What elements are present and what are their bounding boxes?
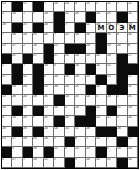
grid-cell[interactable]: 26 bbox=[75, 12, 85, 22]
cell-code-number: 5 bbox=[54, 137, 56, 139]
cell-code-number: 24 bbox=[96, 12, 100, 14]
grid-cell[interactable]: 14 bbox=[12, 116, 22, 126]
cell-code-number: 26 bbox=[86, 33, 90, 35]
black-cell bbox=[96, 127, 106, 137]
grid-cell[interactable]: 20 bbox=[23, 95, 33, 105]
grid-cell[interactable]: 26 bbox=[117, 44, 127, 54]
grid-cell[interactable]: 14 bbox=[54, 127, 64, 137]
grid-cell[interactable]: 14 bbox=[128, 158, 138, 168]
black-cell bbox=[2, 147, 12, 157]
grid-cell[interactable]: 13 bbox=[2, 2, 12, 12]
grid-cell[interactable]: 26 bbox=[96, 64, 106, 74]
cell-code-number: 15 bbox=[107, 158, 111, 160]
cell-code-number: 7 bbox=[23, 158, 25, 160]
grid-cell[interactable]: 17 bbox=[128, 137, 138, 147]
cell-code-number: 23 bbox=[44, 106, 48, 108]
grid-cell[interactable]: 29 bbox=[12, 33, 22, 43]
black-cell bbox=[65, 64, 75, 74]
grid-cell[interactable]: 17 bbox=[128, 75, 138, 85]
grid-cell[interactable]: 4 bbox=[2, 116, 12, 126]
cell-code-number: 25 bbox=[44, 116, 48, 118]
grid-cell[interactable]: 26 bbox=[128, 12, 138, 22]
cell-code-number: 14 bbox=[44, 137, 48, 139]
cell-code-number: 11 bbox=[86, 23, 90, 25]
grid-cell[interactable]: 1 bbox=[65, 106, 75, 116]
grid-cell[interactable]: 29 bbox=[86, 44, 96, 54]
grid-cell[interactable]: 25 bbox=[75, 85, 85, 95]
cell-code-number: 26 bbox=[96, 106, 100, 108]
cell-code-number: 24 bbox=[96, 137, 100, 139]
grid-cell[interactable]: 7 bbox=[23, 64, 33, 74]
grid-cell[interactable]: 11 bbox=[86, 23, 96, 33]
cell-code-number: 5 bbox=[117, 116, 119, 118]
cell-code-number: 14 bbox=[65, 95, 69, 97]
cell-code-number: 13 bbox=[2, 44, 6, 46]
grid-cell[interactable]: 24 bbox=[33, 44, 43, 54]
cell-code-number: 11 bbox=[107, 75, 111, 77]
grid-cell[interactable]: 14 bbox=[117, 147, 127, 157]
cell-code-number: 26 bbox=[23, 116, 27, 118]
grid-cell[interactable]: 25 bbox=[128, 95, 138, 105]
grid-cell[interactable]: 14 bbox=[75, 106, 85, 116]
black-cell bbox=[117, 85, 127, 95]
grid-cell[interactable]: 14 bbox=[23, 85, 33, 95]
grid-cell[interactable]: 7 bbox=[117, 2, 127, 12]
grid-cell[interactable]: 28 bbox=[117, 127, 127, 137]
cell-code-number: 11 bbox=[117, 106, 121, 108]
cell-code-number: 4 bbox=[75, 2, 77, 4]
cell-code-number: 5 bbox=[54, 158, 56, 160]
grid-cell[interactable]: 25 bbox=[33, 33, 43, 43]
grid-cell[interactable]: 29 bbox=[54, 85, 64, 95]
grid-cell[interactable]: 13 bbox=[2, 95, 12, 105]
black-cell bbox=[75, 116, 85, 126]
black-cell bbox=[86, 85, 96, 95]
grid-cell[interactable]: 24 bbox=[75, 33, 85, 43]
cell-code-number: 24 bbox=[33, 44, 37, 46]
cell-code-number: 24 bbox=[44, 127, 48, 129]
cell-code-number: 20 bbox=[65, 116, 69, 118]
cell-code-number: 14 bbox=[12, 12, 16, 14]
grid-cell[interactable]: 7 bbox=[2, 33, 12, 43]
grid-cell[interactable]: 14 bbox=[33, 158, 43, 168]
cell-code-number: 17 bbox=[12, 44, 16, 46]
grid-cell[interactable]: 28 bbox=[23, 127, 33, 137]
cell-code-number: 28 bbox=[86, 127, 90, 129]
black-cell bbox=[23, 147, 33, 157]
black-cell bbox=[54, 116, 64, 126]
grid-cell[interactable]: 7 bbox=[107, 137, 117, 147]
cell-code-number: 8 bbox=[75, 137, 77, 139]
cell-code-number: 14 bbox=[23, 33, 27, 35]
cell-code-number: 7 bbox=[23, 12, 25, 14]
grid-cell[interactable]: 24 bbox=[65, 2, 75, 12]
grid-cell[interactable]: 11 bbox=[44, 158, 54, 168]
grid-cell[interactable]: 7 bbox=[65, 23, 75, 33]
grid-cell[interactable]: 11 bbox=[117, 106, 127, 116]
cell-code-number: 13 bbox=[2, 2, 6, 4]
grid-cell[interactable]: 5 bbox=[117, 116, 127, 126]
grid-cell[interactable]: 11 bbox=[54, 147, 64, 157]
grid-cell[interactable]: 7 bbox=[23, 158, 33, 168]
black-cell bbox=[117, 137, 127, 147]
black-cell bbox=[33, 23, 43, 33]
cell-code-number: 17 bbox=[54, 54, 58, 56]
grid-cell[interactable]: 13 bbox=[107, 44, 117, 54]
grid-cell[interactable]: 24 bbox=[128, 147, 138, 157]
grid-cell[interactable]: 24 bbox=[12, 85, 22, 95]
cell-code-number: 11 bbox=[23, 75, 27, 77]
cell-code-number: 10 bbox=[96, 158, 100, 160]
grid-cell[interactable]: 23 bbox=[23, 23, 33, 33]
grid-cell[interactable]: 25 bbox=[75, 95, 85, 105]
cell-letter: М bbox=[96, 24, 105, 32]
grid-cell[interactable]: 7 bbox=[54, 33, 64, 43]
grid-cell[interactable]: 28 bbox=[2, 23, 12, 33]
black-cell bbox=[23, 54, 33, 64]
grid-cell[interactable]: 28 bbox=[33, 95, 43, 105]
black-cell bbox=[2, 54, 12, 64]
grid-cell[interactable]: 26 bbox=[96, 54, 106, 64]
black-cell bbox=[117, 54, 127, 64]
cell-code-number: 7 bbox=[23, 64, 25, 66]
cell-code-number: 25 bbox=[12, 54, 16, 56]
grid-cell[interactable]: 5 bbox=[96, 95, 106, 105]
grid-cell[interactable]: 26 bbox=[54, 106, 64, 116]
cell-code-number: 23 bbox=[2, 137, 6, 139]
cell-code-number: 23 bbox=[54, 44, 58, 46]
black-cell bbox=[12, 106, 22, 116]
grid-cell[interactable]: 18 bbox=[23, 137, 33, 147]
grid-cell[interactable]: 25 bbox=[44, 116, 54, 126]
cell-code-number: 11 bbox=[44, 158, 48, 160]
cell-code-number: 17 bbox=[12, 137, 16, 139]
grid-cell[interactable]: 10 bbox=[86, 54, 96, 64]
cell-code-number: 18 bbox=[23, 137, 27, 139]
grid-cell[interactable]: 26 bbox=[44, 33, 54, 43]
cell-code-number: 26 bbox=[75, 12, 79, 14]
grid-cell[interactable]: 13 bbox=[2, 44, 12, 54]
cell-code-number: 13 bbox=[96, 116, 100, 118]
grid-cell[interactable]: 5 bbox=[44, 75, 54, 85]
grid-cell[interactable]: 11 bbox=[107, 75, 117, 85]
cell-code-number: 25 bbox=[75, 85, 79, 87]
grid-cell[interactable]: 1 bbox=[2, 12, 12, 22]
grid-cell[interactable]: 24 bbox=[96, 12, 106, 22]
black-cell bbox=[12, 64, 22, 74]
grid-cell[interactable]: 14 bbox=[12, 12, 22, 22]
cell-code-number: 29 bbox=[86, 44, 90, 46]
grid-cell[interactable]: 1 bbox=[2, 64, 12, 74]
grid-cell[interactable]: 5 bbox=[54, 137, 64, 147]
black-cell bbox=[107, 127, 117, 137]
cell-code-number: 14 bbox=[54, 127, 58, 129]
black-cell bbox=[107, 85, 117, 95]
grid-cell[interactable]: 7 bbox=[44, 2, 54, 12]
black-cell bbox=[54, 12, 64, 22]
grid-cell[interactable]: 10 bbox=[96, 85, 106, 95]
black-cell bbox=[2, 85, 12, 95]
grid-cell[interactable]: 25 bbox=[86, 2, 96, 12]
cell-code-number: 20 bbox=[65, 75, 69, 77]
cell-code-number: 24 bbox=[12, 85, 16, 87]
grid-cell[interactable]: 14 bbox=[107, 54, 117, 64]
cell-code-number: 1 bbox=[2, 12, 4, 14]
grid-cell[interactable]: 7 bbox=[33, 116, 43, 126]
cell-code-number: 7 bbox=[54, 33, 56, 35]
grid-cell[interactable]: 14 bbox=[65, 95, 75, 105]
cell-code-number: 7 bbox=[86, 137, 88, 139]
grid-cell[interactable]: 24 bbox=[96, 137, 106, 147]
grid-cell[interactable]: 26 bbox=[96, 106, 106, 116]
black-cell bbox=[128, 127, 138, 137]
black-cell bbox=[117, 64, 127, 74]
grid-cell[interactable]: 26 bbox=[23, 116, 33, 126]
grid-cell[interactable]: 2 bbox=[96, 2, 106, 12]
black-cell bbox=[33, 127, 43, 137]
grid-cell[interactable]: 29 bbox=[107, 95, 117, 105]
black-cell bbox=[33, 64, 43, 74]
cell-code-number: 26 bbox=[128, 33, 132, 35]
cell-code-number: 26 bbox=[96, 54, 100, 56]
grid-cell[interactable]: 24 bbox=[44, 23, 54, 33]
grid-cell[interactable]: 14 bbox=[54, 75, 64, 85]
grid-cell[interactable]: 17 bbox=[107, 116, 117, 126]
black-cell bbox=[117, 75, 127, 85]
grid-cell[interactable]: 13 bbox=[86, 147, 96, 157]
grid-cell[interactable]: 2 bbox=[23, 44, 33, 54]
cell-code-number: 14 bbox=[86, 95, 90, 97]
black-cell bbox=[96, 75, 106, 85]
cell-code-number: 3 bbox=[12, 147, 14, 149]
grid-cell[interactable]: 28 bbox=[86, 127, 96, 137]
grid-cell[interactable]: 25 bbox=[12, 54, 22, 64]
cell-code-number: 2 bbox=[65, 147, 67, 149]
grid-cell[interactable]: 2 bbox=[65, 147, 75, 157]
cell-code-number: 28 bbox=[2, 23, 6, 25]
grid-cell[interactable]: 23 bbox=[54, 44, 64, 54]
cell-code-number: 28 bbox=[33, 147, 37, 149]
black-cell bbox=[12, 2, 22, 12]
grid-cell[interactable]: 7 bbox=[86, 137, 96, 147]
grid-cell[interactable]: 17 bbox=[33, 54, 43, 64]
cell-code-number: 1 bbox=[117, 95, 119, 97]
grid-cell[interactable]: 14 bbox=[44, 12, 54, 22]
cell-code-number: 26 bbox=[44, 33, 48, 35]
cell-code-number: 14 bbox=[44, 12, 48, 14]
codeword-grid: 1317726244252257251147714112624252628232… bbox=[1, 1, 139, 169]
cell-code-number: 23 bbox=[23, 23, 27, 25]
black-cell bbox=[86, 106, 96, 116]
grid-cell[interactable]: 23 bbox=[65, 33, 75, 43]
grid-cell[interactable]: 25 bbox=[107, 2, 117, 12]
cell-code-number: 7 bbox=[33, 116, 35, 118]
cell-code-number: 27 bbox=[2, 75, 6, 77]
grid-cell[interactable]: 11 bbox=[107, 64, 117, 74]
grid-cell[interactable]: 8 bbox=[75, 137, 85, 147]
black-cell bbox=[33, 75, 43, 85]
grid-cell[interactable]: 14 bbox=[44, 137, 54, 147]
grid-cell[interactable]: 26 bbox=[128, 116, 138, 126]
grid-cell[interactable]: 17 bbox=[12, 137, 22, 147]
cell-code-number: 13 bbox=[44, 85, 48, 87]
grid-cell[interactable]: 25 bbox=[44, 95, 54, 105]
grid-cell[interactable]: 24 bbox=[75, 64, 85, 74]
cell-code-number: 24 bbox=[75, 33, 79, 35]
grid-cell[interactable]: 26 bbox=[128, 33, 138, 43]
grid-cell[interactable]: 11 bbox=[65, 12, 75, 22]
grid-cell[interactable]: 17 bbox=[54, 54, 64, 64]
cell-code-number: 24 bbox=[128, 147, 132, 149]
grid-cell[interactable]: 28 bbox=[33, 147, 43, 157]
grid-cell[interactable]: 11 bbox=[23, 75, 33, 85]
grid-cell[interactable]: 14 bbox=[75, 75, 85, 85]
cell-code-number: 24 bbox=[75, 64, 79, 66]
cell-code-number: 26 bbox=[54, 106, 58, 108]
grid-cell[interactable]: 24 bbox=[65, 85, 75, 95]
grid-cell[interactable]: 13 bbox=[96, 116, 106, 126]
grid-cell[interactable]: 6 bbox=[117, 33, 127, 43]
cell-code-number: 5 bbox=[44, 75, 46, 77]
grid-cell[interactable]: 14 bbox=[23, 33, 33, 43]
cell-code-number: 7 bbox=[107, 137, 109, 139]
grid-cell[interactable]: 14М bbox=[96, 23, 106, 33]
grid-cell[interactable]: 14М bbox=[128, 23, 138, 33]
grid-cell[interactable]: 11 bbox=[75, 127, 85, 137]
grid-cell[interactable]: 26 bbox=[54, 2, 64, 12]
grid-cell[interactable]: 5 bbox=[107, 147, 117, 157]
cell-letter: М bbox=[128, 24, 137, 32]
grid-cell[interactable]: 1 bbox=[117, 95, 127, 105]
cell-code-number: 28 bbox=[117, 127, 121, 129]
grid-cell[interactable]: 27 bbox=[2, 75, 12, 85]
cell-code-number: 26 bbox=[128, 12, 132, 14]
cell-code-number: 17 bbox=[33, 54, 37, 56]
cell-code-number: 14 bbox=[75, 75, 79, 77]
grid-cell[interactable]: 6 bbox=[54, 64, 64, 74]
grid-cell[interactable]: 3 bbox=[12, 147, 22, 157]
grid-cell[interactable]: 25О bbox=[107, 23, 117, 33]
cell-code-number: 11 bbox=[107, 64, 111, 66]
black-cell bbox=[12, 127, 22, 137]
cell-code-number: 14 bbox=[128, 106, 132, 108]
grid-cell[interactable]: 25 bbox=[107, 12, 117, 22]
grid-cell[interactable]: 28 bbox=[2, 127, 12, 137]
cell-code-number: 5 bbox=[75, 158, 77, 160]
cell-code-number: 10 bbox=[86, 54, 90, 56]
grid-cell[interactable]: 17 bbox=[12, 44, 22, 54]
black-cell bbox=[75, 23, 85, 33]
cell-code-number: 14 bbox=[75, 106, 79, 108]
grid-cell[interactable]: 20 bbox=[65, 75, 75, 85]
grid-cell[interactable]: 26 bbox=[65, 54, 75, 64]
black-cell bbox=[44, 147, 54, 157]
grid-cell[interactable]: 5 bbox=[75, 158, 85, 168]
black-cell bbox=[96, 33, 106, 43]
cell-code-number: 25 bbox=[33, 33, 37, 35]
grid-cell[interactable]: 9Э bbox=[117, 23, 127, 33]
cell-code-number: 11 bbox=[75, 127, 79, 129]
cell-code-number: 25 bbox=[128, 95, 132, 97]
cell-code-number: 14 bbox=[23, 85, 27, 87]
grid-cell[interactable]: 7 bbox=[33, 12, 43, 22]
grid-cell[interactable]: 23 bbox=[44, 106, 54, 116]
grid-cell[interactable]: 14 bbox=[75, 54, 85, 64]
cell-code-number: 14 bbox=[44, 64, 48, 66]
grid-cell[interactable]: 26 bbox=[107, 33, 117, 43]
grid-cell[interactable]: 5 bbox=[54, 158, 64, 168]
grid-cell[interactable]: 25 bbox=[128, 2, 138, 12]
grid-cell[interactable]: 2 bbox=[2, 158, 12, 168]
grid-cell[interactable]: 7 bbox=[23, 12, 33, 22]
grid-cell[interactable]: 13 bbox=[86, 75, 96, 85]
cell-code-number: 14 bbox=[107, 54, 111, 56]
cell-code-number: 13 bbox=[107, 44, 111, 46]
cell-code-number: 17 bbox=[12, 158, 16, 160]
grid-cell[interactable]: 26 bbox=[86, 33, 96, 43]
grid-cell[interactable]: 11 bbox=[75, 147, 85, 157]
black-cell bbox=[33, 85, 43, 95]
cell-code-number: 14 bbox=[86, 158, 90, 160]
grid-cell[interactable]: 27 bbox=[128, 54, 138, 64]
cell-code-number: 13 bbox=[86, 75, 90, 77]
cell-code-number: 25 bbox=[44, 95, 48, 97]
grid-cell[interactable]: 14 bbox=[86, 158, 96, 168]
cell-code-number: 25 bbox=[107, 12, 111, 14]
grid-cell[interactable]: 14 bbox=[128, 106, 138, 116]
grid-cell[interactable]: 14 bbox=[86, 95, 96, 105]
cell-code-number: 25 bbox=[128, 2, 132, 4]
black-cell bbox=[96, 44, 106, 54]
grid-cell[interactable]: 4 bbox=[75, 2, 85, 12]
cell-code-number: 5 bbox=[107, 147, 109, 149]
cell-code-number: 25 bbox=[75, 95, 79, 97]
grid-cell[interactable]: 26 bbox=[33, 137, 43, 147]
grid-cell[interactable]: 20 bbox=[65, 116, 75, 126]
grid-cell[interactable]: 14 bbox=[2, 106, 12, 116]
cell-code-number: 5 bbox=[96, 95, 98, 97]
grid-cell[interactable]: 15 bbox=[107, 158, 117, 168]
grid-cell[interactable]: 24 bbox=[44, 127, 54, 137]
black-cell bbox=[44, 44, 54, 54]
cell-code-number: 24 bbox=[65, 85, 69, 87]
grid-cell[interactable]: 13 bbox=[44, 85, 54, 95]
grid-cell[interactable]: 26 bbox=[23, 106, 33, 116]
black-cell bbox=[96, 147, 106, 157]
grid-cell[interactable]: 15 bbox=[128, 85, 138, 95]
cell-code-number: 4 bbox=[2, 116, 4, 118]
cell-code-number: 14 bbox=[54, 75, 58, 77]
cell-code-number: 7 bbox=[33, 12, 35, 14]
cell-code-number: 26 bbox=[23, 106, 27, 108]
cell-code-number: 28 bbox=[33, 95, 37, 97]
cell-code-number: 29 bbox=[12, 33, 16, 35]
grid-cell[interactable]: 23 bbox=[2, 137, 12, 147]
grid-cell[interactable]: 10 bbox=[96, 158, 106, 168]
cell-code-number: 29 bbox=[54, 85, 58, 87]
grid-cell[interactable]: 17 bbox=[12, 158, 22, 168]
black-cell bbox=[33, 106, 43, 116]
grid-cell[interactable]: 8 bbox=[128, 44, 138, 54]
cell-code-number: 7 bbox=[44, 2, 46, 4]
grid-cell[interactable]: 14 bbox=[44, 64, 54, 74]
black-cell bbox=[86, 64, 96, 74]
grid-cell[interactable]: 17 bbox=[23, 2, 33, 12]
black-cell bbox=[54, 23, 64, 33]
grid-cell[interactable]: 20 bbox=[65, 127, 75, 137]
grid-cell[interactable]: 28 bbox=[12, 95, 22, 105]
cell-code-number: 2 bbox=[96, 2, 98, 4]
